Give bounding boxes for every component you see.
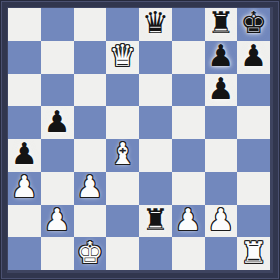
square-b1[interactable] [41,237,74,270]
piece-white-bishop: ♝ [109,139,136,170]
square-g2[interactable]: ♟ [205,205,238,238]
square-g6[interactable]: ♟ [205,74,238,107]
piece-white-pawn: ♟ [11,172,38,203]
piece-white-rook: ♜ [240,237,267,268]
square-h7[interactable]: ♟ [237,41,270,74]
square-d5[interactable] [106,106,139,139]
square-g1[interactable] [205,237,238,270]
square-g7[interactable]: ♟ [205,41,238,74]
piece-black-pawn: ♟ [207,74,234,105]
square-d1[interactable] [106,237,139,270]
square-a5[interactable] [8,106,41,139]
square-f7[interactable] [172,41,205,74]
square-c8[interactable] [74,8,107,41]
square-a2[interactable] [8,205,41,238]
piece-black-rook: ♜ [142,205,169,236]
square-c2[interactable] [74,205,107,238]
square-c5[interactable] [74,106,107,139]
square-e7[interactable] [139,41,172,74]
square-f3[interactable] [172,172,205,205]
square-a6[interactable] [8,74,41,107]
square-e6[interactable] [139,74,172,107]
square-c4[interactable] [74,139,107,172]
square-h1[interactable]: ♜ [237,237,270,270]
piece-white-queen: ♛ [109,41,136,72]
square-h5[interactable] [237,106,270,139]
piece-white-pawn: ♟ [76,172,103,203]
square-f4[interactable] [172,139,205,172]
piece-black-pawn: ♟ [207,41,234,72]
square-b6[interactable] [41,74,74,107]
piece-white-king: ♚ [76,237,103,268]
square-a1[interactable] [8,237,41,270]
square-c3[interactable]: ♟ [74,172,107,205]
square-c1[interactable]: ♚ [74,237,107,270]
square-b3[interactable] [41,172,74,205]
chessboard-frame: ♛♜♚♛♟♟♟♟♟♝♟♟♟♜♟♟♚♜ [0,0,280,280]
piece-black-queen: ♛ [142,8,169,39]
square-b5[interactable]: ♟ [41,106,74,139]
piece-white-pawn: ♟ [175,205,202,236]
square-d2[interactable] [106,205,139,238]
square-a3[interactable]: ♟ [8,172,41,205]
square-f2[interactable]: ♟ [172,205,205,238]
square-f6[interactable] [172,74,205,107]
square-g8[interactable]: ♜ [205,8,238,41]
square-h6[interactable] [237,74,270,107]
square-f8[interactable] [172,8,205,41]
piece-black-pawn: ♟ [240,41,267,72]
square-b7[interactable] [41,41,74,74]
square-d6[interactable] [106,74,139,107]
square-a4[interactable]: ♟ [8,139,41,172]
square-d8[interactable] [106,8,139,41]
square-f5[interactable] [172,106,205,139]
square-g5[interactable] [205,106,238,139]
piece-black-pawn: ♟ [11,139,38,170]
square-a8[interactable] [8,8,41,41]
square-e2[interactable]: ♜ [139,205,172,238]
square-e8[interactable]: ♛ [139,8,172,41]
square-e3[interactable] [139,172,172,205]
square-d7[interactable]: ♛ [106,41,139,74]
square-a7[interactable] [8,41,41,74]
piece-black-rook: ♜ [207,8,234,39]
piece-black-king: ♚ [240,8,267,39]
square-h4[interactable] [237,139,270,172]
square-c7[interactable] [74,41,107,74]
square-b8[interactable] [41,8,74,41]
piece-white-pawn: ♟ [207,205,234,236]
chessboard: ♛♜♚♛♟♟♟♟♟♝♟♟♟♜♟♟♚♜ [8,8,270,270]
square-c6[interactable] [74,74,107,107]
square-e1[interactable] [139,237,172,270]
square-g4[interactable] [205,139,238,172]
square-f1[interactable] [172,237,205,270]
square-g3[interactable] [205,172,238,205]
square-e4[interactable] [139,139,172,172]
square-d4[interactable]: ♝ [106,139,139,172]
square-b4[interactable] [41,139,74,172]
square-b2[interactable]: ♟ [41,205,74,238]
piece-black-pawn: ♟ [44,106,71,137]
square-h3[interactable] [237,172,270,205]
square-d3[interactable] [106,172,139,205]
square-h8[interactable]: ♚ [237,8,270,41]
square-h2[interactable] [237,205,270,238]
square-e5[interactable] [139,106,172,139]
piece-white-pawn: ♟ [44,205,71,236]
